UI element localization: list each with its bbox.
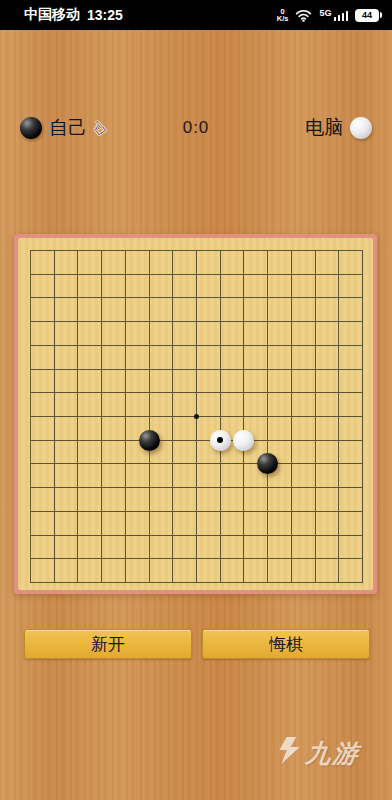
app-screen: 中国移动 13:25 0 K/s 5G 44 [0, 0, 392, 800]
battery-percent: 44 [355, 9, 379, 22]
clock-time: 13:25 [87, 7, 123, 23]
white-stone-icon [350, 117, 372, 139]
board-grid[interactable] [30, 250, 363, 583]
jiuyou-logo-icon [274, 736, 304, 770]
wifi-icon [295, 9, 312, 22]
grid-line-v [243, 250, 244, 583]
player-self-label: 自己 [49, 115, 87, 141]
player-computer-label: 电脑 [305, 115, 343, 141]
battery-nub [380, 12, 382, 18]
carrier-label: 中国移动 [24, 6, 80, 24]
grid-line-h [30, 463, 363, 464]
cellular-signal-indicator: 5G [319, 9, 348, 21]
network-type-label: 5G [319, 9, 331, 18]
turn-hand-cursor-icon: ☝ [89, 117, 110, 140]
button-bar: 新开 悔棋 [24, 629, 370, 659]
grid-line-h [30, 582, 363, 583]
last-move-marker [217, 437, 223, 443]
watermark-brand-text: 九游 [304, 737, 361, 770]
board-frame [14, 234, 377, 594]
player-computer: 电脑 [305, 115, 372, 141]
grid-line-v [267, 250, 268, 583]
grid-line-h [30, 440, 363, 441]
network-speed-unit: K/s [277, 15, 289, 22]
grid-line-v [291, 250, 292, 583]
grid-line-h [30, 535, 363, 536]
grid-line-v [338, 250, 339, 583]
black-stone-icon [20, 117, 42, 139]
player-self: 自己 ☝ [20, 115, 104, 141]
signal-bars-icon [334, 11, 349, 21]
status-bar: 中国移动 13:25 0 K/s 5G 44 [0, 0, 392, 30]
stone-white [233, 430, 254, 451]
grid-line-h [30, 558, 363, 559]
undo-button[interactable]: 悔棋 [202, 629, 370, 659]
stone-black [257, 453, 278, 474]
battery-icon: 44 [355, 9, 382, 22]
grid-line-v [220, 250, 221, 583]
watermark: 九游 [274, 736, 362, 770]
board-surface [18, 238, 373, 590]
network-speed-indicator: 0 K/s [277, 8, 289, 22]
new-game-button[interactable]: 新开 [24, 629, 192, 659]
grid-line-h [30, 487, 363, 488]
stone-white [210, 430, 231, 451]
player-bar: 自己 ☝ 0:0 电脑 [0, 112, 392, 144]
grid-line-h [30, 511, 363, 512]
grid-line-v [362, 250, 363, 583]
grid-line-v [315, 250, 316, 583]
score-display: 0:0 [183, 118, 210, 138]
star-point [194, 414, 199, 419]
stone-black [139, 430, 160, 451]
